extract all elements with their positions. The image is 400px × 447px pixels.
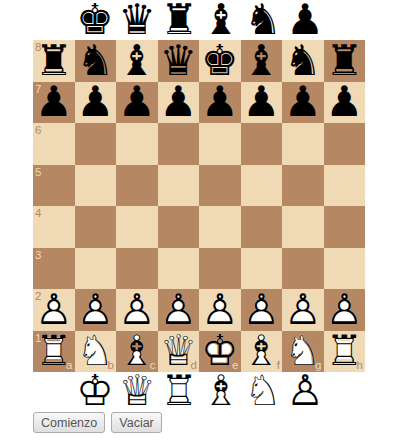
piece-white-pawn[interactable]: ♟♙ (118, 289, 156, 331)
square-g7[interactable]: ♟ (282, 82, 324, 124)
square-b4[interactable] (75, 206, 117, 248)
piece-outline: ♕ (118, 370, 156, 412)
piece-white-queen[interactable]: ♛♕ (118, 370, 156, 412)
spare-piece-white-pawn[interactable]: ♟♙ (284, 372, 326, 410)
piece-white-pawn[interactable]: ♟♙ (201, 289, 239, 331)
piece-black-knight[interactable]: ♞ (244, 0, 282, 41)
square-f2[interactable]: ♟♙ (241, 289, 283, 331)
square-h4[interactable] (324, 206, 366, 248)
piece-black-pawn[interactable]: ♟ (286, 0, 324, 41)
piece-outline: ♖ (160, 370, 198, 412)
square-c2[interactable]: ♟♙ (116, 289, 158, 331)
square-d8[interactable]: ♛ (158, 40, 200, 82)
piece-black-knight[interactable]: ♞ (76, 40, 114, 82)
spare-piece-white-rook[interactable]: ♜♖ (158, 372, 200, 410)
square-c4[interactable] (116, 206, 158, 248)
square-f6[interactable] (241, 123, 283, 165)
piece-black-pawn[interactable]: ♟ (159, 81, 197, 123)
square-e7[interactable]: ♟ (199, 82, 241, 124)
square-c3[interactable] (116, 248, 158, 290)
piece-black-queen[interactable]: ♛ (118, 0, 156, 41)
rank-label-7: 7 (35, 84, 41, 96)
square-h3[interactable] (324, 248, 366, 290)
square-b3[interactable] (75, 248, 117, 290)
piece-outline: ♙ (159, 289, 197, 331)
piece-white-pawn[interactable]: ♟♙ (159, 289, 197, 331)
spare-piece-black-queen[interactable]: ♛ (116, 0, 158, 40)
square-a6[interactable]: 6 (33, 123, 75, 165)
square-e3[interactable] (199, 248, 241, 290)
square-f3[interactable] (241, 248, 283, 290)
square-e6[interactable] (199, 123, 241, 165)
piece-white-pawn[interactable]: ♟♙ (325, 289, 363, 331)
piece-white-rook[interactable]: ♜♖ (160, 370, 198, 412)
square-h6[interactable] (324, 123, 366, 165)
square-e4[interactable] (199, 206, 241, 248)
square-d4[interactable] (158, 206, 200, 248)
square-c6[interactable] (116, 123, 158, 165)
piece-black-rook[interactable]: ♜ (325, 40, 363, 82)
piece-white-pawn[interactable]: ♟♙ (76, 289, 114, 331)
square-e2[interactable]: ♟♙ (199, 289, 241, 331)
piece-black-pawn[interactable]: ♟ (325, 81, 363, 123)
start-position-button[interactable]: Comienzo (33, 412, 105, 433)
square-h1[interactable]: h♜♖ (324, 331, 366, 373)
square-f8[interactable]: ♝ (241, 40, 283, 82)
square-g5[interactable] (282, 165, 324, 207)
chess-board: 8♜♞♝♛♚♝♞♜7♟♟♟♟♟♟♟♟65432♟♙♟♙♟♙♟♙♟♙♟♙♟♙♟♙1… (33, 40, 365, 372)
square-b5[interactable] (75, 165, 117, 207)
piece-black-bishop[interactable]: ♝ (118, 40, 156, 82)
piece-white-pawn[interactable]: ♟♙ (286, 370, 324, 412)
piece-black-pawn[interactable]: ♟ (242, 81, 280, 123)
square-f5[interactable] (241, 165, 283, 207)
square-h2[interactable]: ♟♙ (324, 289, 366, 331)
piece-white-king[interactable]: ♚♔ (76, 370, 114, 412)
rank-label-3: 3 (35, 250, 41, 262)
piece-outline: ♙ (118, 289, 156, 331)
square-b6[interactable] (75, 123, 117, 165)
piece-white-pawn[interactable]: ♟♙ (242, 289, 280, 331)
piece-outline: ♗ (202, 370, 240, 412)
square-g2[interactable]: ♟♙ (282, 289, 324, 331)
clear-board-button[interactable]: Vaciar (111, 412, 162, 433)
square-f7[interactable]: ♟ (241, 82, 283, 124)
square-g4[interactable] (282, 206, 324, 248)
piece-black-king[interactable]: ♚ (201, 40, 239, 82)
piece-outline: ♙ (242, 289, 280, 331)
piece-black-bishop[interactable]: ♝ (202, 0, 240, 41)
square-d7[interactable]: ♟ (158, 82, 200, 124)
square-h7[interactable]: ♟ (324, 82, 366, 124)
piece-white-bishop[interactable]: ♝♗ (202, 370, 240, 412)
square-b7[interactable]: ♟ (75, 82, 117, 124)
square-h5[interactable] (324, 165, 366, 207)
rank-label-5: 5 (35, 167, 41, 179)
square-g6[interactable] (282, 123, 324, 165)
piece-black-rook[interactable]: ♜ (160, 0, 198, 41)
square-c8[interactable]: ♝ (116, 40, 158, 82)
piece-black-pawn[interactable]: ♟ (201, 81, 239, 123)
square-h8[interactable]: ♜ (324, 40, 366, 82)
piece-white-knight[interactable]: ♞♘ (244, 370, 282, 412)
piece-outline: ♙ (76, 289, 114, 331)
piece-outline: ♘ (244, 370, 282, 412)
spare-piece-black-rook[interactable]: ♜ (158, 0, 200, 40)
square-a2[interactable]: 2♟♙ (33, 289, 75, 331)
square-d2[interactable]: ♟♙ (158, 289, 200, 331)
piece-black-queen[interactable]: ♛ (159, 40, 197, 82)
square-g3[interactable] (282, 248, 324, 290)
rank-label-2: 2 (35, 291, 41, 303)
piece-black-pawn[interactable]: ♟ (76, 81, 114, 123)
square-c5[interactable] (116, 165, 158, 207)
spare-piece-black-king[interactable]: ♚ (74, 0, 116, 40)
piece-outline: ♙ (201, 289, 239, 331)
piece-white-pawn[interactable]: ♟♙ (284, 289, 322, 331)
rank-label-4: 4 (35, 208, 41, 220)
square-c7[interactable]: ♟ (116, 82, 158, 124)
spare-piece-black-bishop[interactable]: ♝ (200, 0, 242, 40)
spare-piece-white-king[interactable]: ♚♔ (74, 372, 116, 410)
chess-board-editor: ♚♛♜♝♞♟ 8♜♞♝♛♚♝♞♜7♟♟♟♟♟♟♟♟65432♟♙♟♙♟♙♟♙♟♙… (0, 0, 400, 447)
controls-bar: Comienzo Vaciar (33, 412, 162, 433)
spare-piece-white-queen[interactable]: ♛♕ (116, 372, 158, 410)
piece-black-pawn[interactable]: ♟ (284, 81, 322, 123)
file-label-h: h (357, 360, 363, 372)
square-a3[interactable]: 3 (33, 248, 75, 290)
spare-pieces-black: ♚♛♜♝♞♟ (74, 0, 326, 40)
rank-label-1: 1 (35, 333, 41, 345)
square-b2[interactable]: ♟♙ (75, 289, 117, 331)
square-d5[interactable] (158, 165, 200, 207)
square-e8[interactable]: ♚ (199, 40, 241, 82)
spare-piece-black-knight[interactable]: ♞ (242, 0, 284, 40)
file-label-a: a (66, 360, 72, 372)
piece-outline: ♙ (325, 289, 363, 331)
piece-black-knight[interactable]: ♞ (284, 40, 322, 82)
square-b8[interactable]: ♞ (75, 40, 117, 82)
square-e5[interactable] (199, 165, 241, 207)
spare-pieces-white: ♚♔♛♕♜♖♝♗♞♘♟♙ (74, 372, 326, 410)
square-a4[interactable]: 4 (33, 206, 75, 248)
square-a5[interactable]: 5 (33, 165, 75, 207)
piece-outline: ♙ (286, 370, 324, 412)
piece-black-pawn[interactable]: ♟ (118, 81, 156, 123)
square-d6[interactable] (158, 123, 200, 165)
square-a1[interactable]: 1a♜♖ (33, 331, 75, 373)
piece-black-bishop[interactable]: ♝ (242, 40, 280, 82)
rank-label-6: 6 (35, 125, 41, 137)
square-d3[interactable] (158, 248, 200, 290)
piece-outline: ♙ (284, 289, 322, 331)
piece-outline: ♔ (76, 370, 114, 412)
spare-piece-white-bishop[interactable]: ♝♗ (200, 372, 242, 410)
square-g8[interactable]: ♞ (282, 40, 324, 82)
rank-label-8: 8 (35, 42, 41, 54)
square-f4[interactable] (241, 206, 283, 248)
spare-piece-black-pawn[interactable]: ♟ (284, 0, 326, 40)
spare-piece-white-knight[interactable]: ♞♘ (242, 372, 284, 410)
piece-black-king[interactable]: ♚ (76, 0, 114, 41)
square-a8[interactable]: 8♜ (33, 40, 75, 82)
square-a7[interactable]: 7♟ (33, 82, 75, 124)
